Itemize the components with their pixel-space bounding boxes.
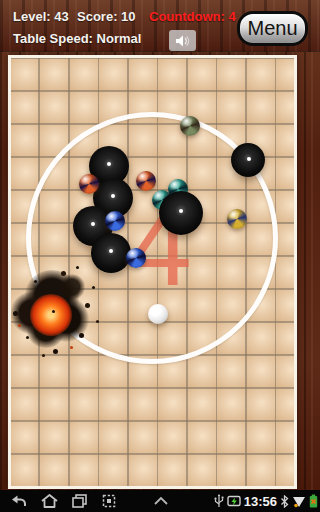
recents-icon — [72, 494, 87, 508]
usb-icon — [214, 494, 224, 508]
back-button[interactable] — [8, 493, 30, 509]
wifi-icon — [292, 495, 306, 508]
android-navbar: 13:56 — [0, 490, 320, 512]
keyboard-hide-button[interactable] — [150, 493, 172, 509]
bluetooth-icon — [280, 495, 289, 508]
hud-bar: Level: 43 Score: 10 Countdown: 4 Table S… — [0, 0, 320, 52]
level-label: Level: 43 — [13, 9, 69, 24]
black-ball[interactable] — [159, 191, 203, 235]
back-icon — [11, 494, 27, 508]
app-screen: Level: 43 Score: 10 Countdown: 4 Table S… — [0, 0, 320, 512]
smoke-puff — [58, 274, 86, 300]
blue-marble[interactable] — [105, 211, 125, 231]
game-board[interactable]: 4 — [8, 55, 297, 489]
status-area[interactable]: 13:56 — [214, 490, 318, 512]
camo-marble[interactable] — [180, 116, 200, 136]
screenshot-icon — [102, 494, 116, 508]
speaker-icon — [175, 34, 191, 48]
score-label: Score: 10 — [77, 9, 136, 24]
blue-marble[interactable] — [126, 248, 146, 268]
debris-particles — [52, 310, 55, 313]
recents-button[interactable] — [68, 493, 90, 509]
explosion-effect — [8, 260, 102, 360]
screenshot-button[interactable] — [98, 493, 120, 509]
clock: 13:56 — [244, 494, 277, 509]
sound-toggle-button[interactable] — [169, 30, 196, 51]
orange-marble[interactable] — [79, 174, 99, 194]
battery-icon — [309, 494, 318, 508]
charging-notification-icon — [227, 495, 241, 507]
countdown-label: Countdown: 4 — [149, 9, 236, 24]
home-button[interactable] — [38, 493, 60, 509]
fire-glow — [30, 294, 72, 336]
menu-button[interactable]: Menu — [237, 11, 308, 46]
menu-button-label: Menu — [247, 17, 297, 40]
white-ball[interactable] — [148, 304, 168, 324]
orange-marble[interactable] — [136, 171, 156, 191]
home-icon — [41, 494, 58, 508]
yellow-marble[interactable] — [227, 209, 247, 229]
table-speed-label: Table Speed: Normal — [13, 31, 141, 46]
black-ball[interactable] — [231, 143, 265, 177]
keyboard-hide-icon — [153, 496, 169, 506]
